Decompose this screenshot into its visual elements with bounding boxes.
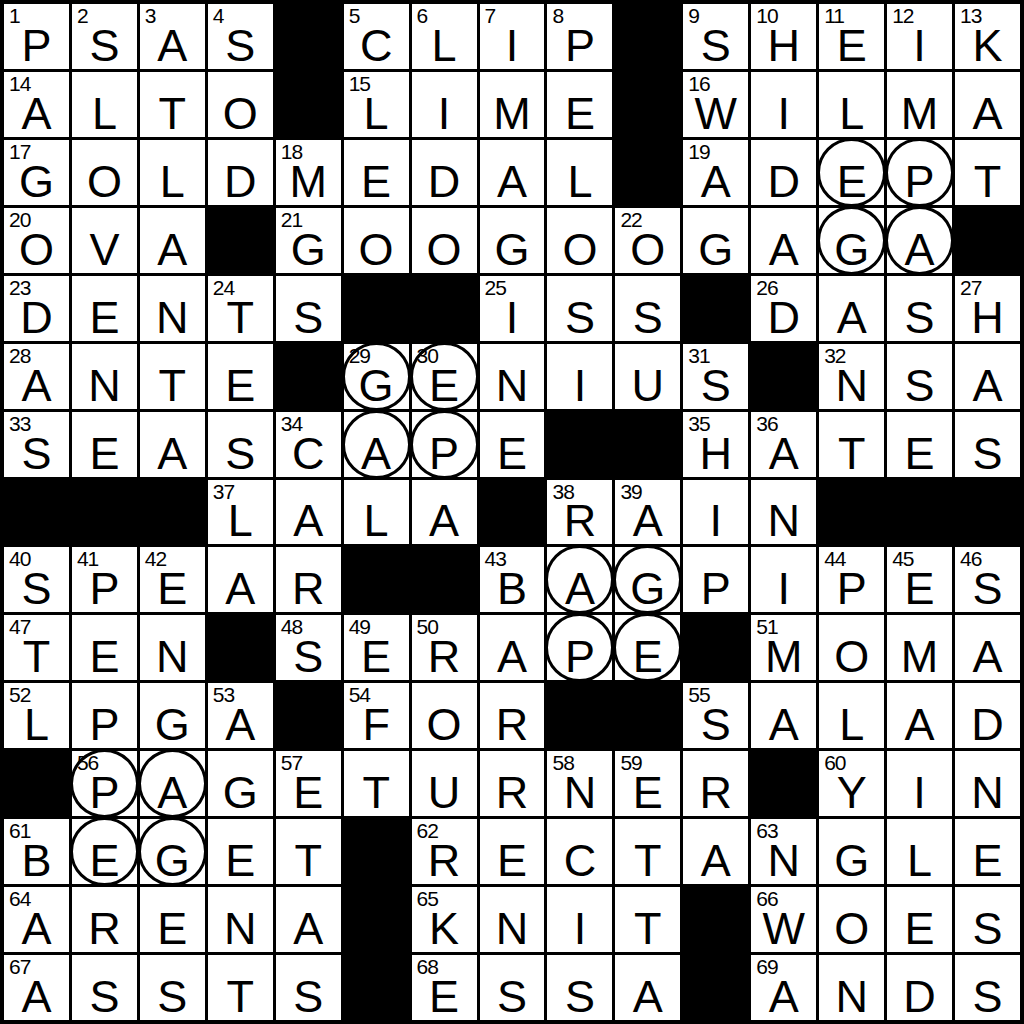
cell-r5c2[interactable]: E: [72, 276, 137, 341]
clue-number-55: 55: [688, 683, 709, 707]
cell-r14c12[interactable]: 66W: [751, 887, 816, 952]
letter: T: [208, 974, 273, 1019]
cell-r15c2[interactable]: S: [72, 955, 137, 1020]
cell-r9c4[interactable]: A: [208, 547, 273, 612]
cell-r3c13[interactable]: E: [819, 140, 884, 205]
cell-r3c7[interactable]: D: [412, 140, 477, 205]
cell-r4c7[interactable]: O: [412, 208, 477, 273]
letter: T: [955, 159, 1020, 204]
cell-r8c7[interactable]: A: [412, 480, 477, 545]
letter: A: [683, 159, 748, 204]
letter: K: [955, 23, 1020, 68]
cell-r14c1[interactable]: 64A: [4, 887, 69, 952]
clue-number-13: 13: [960, 4, 981, 28]
letter: A: [4, 974, 69, 1019]
cell-r14c5[interactable]: A: [276, 887, 341, 952]
cell-r5c14[interactable]: S: [887, 276, 952, 341]
cell-r5c8[interactable]: 25I: [480, 276, 545, 341]
cell-r6c9[interactable]: I: [547, 344, 612, 409]
cell-r1c6[interactable]: 5C: [344, 4, 409, 69]
cell-r7c2[interactable]: E: [72, 412, 137, 477]
cell-r9c8[interactable]: 43B: [480, 547, 545, 612]
letter: E: [480, 431, 545, 476]
cell-r6c11[interactable]: 31S: [683, 344, 748, 409]
clue-number-29: 29: [349, 344, 370, 368]
cell-r5c9[interactable]: S: [547, 276, 612, 341]
letter: E: [615, 634, 680, 679]
cell-r2c2[interactable]: L: [72, 72, 137, 137]
cell-r6c8[interactable]: N: [480, 344, 545, 409]
cell-r7c7[interactable]: P: [412, 412, 477, 477]
cell-r12c7[interactable]: U: [412, 751, 477, 816]
letter: O: [819, 906, 884, 951]
cell-r7c5[interactable]: 34C: [276, 412, 341, 477]
clue-number-26: 26: [756, 276, 777, 300]
cell-r9c10[interactable]: G: [615, 547, 680, 612]
letter: A: [955, 363, 1020, 408]
letter: O: [208, 91, 273, 136]
letter: A: [683, 838, 748, 883]
cell-r10c1[interactable]: 47T: [4, 615, 69, 680]
cell-r15c7[interactable]: 68E: [412, 955, 477, 1020]
cell-r10c7[interactable]: 50R: [412, 615, 477, 680]
cell-r12c13[interactable]: 60Y: [819, 751, 884, 816]
cell-r9c15[interactable]: 46S: [955, 547, 1020, 612]
cell-r5c5[interactable]: S: [276, 276, 341, 341]
block-r2c10: [615, 72, 680, 137]
cell-r5c3[interactable]: N: [140, 276, 205, 341]
letter: G: [208, 770, 273, 815]
cell-r10c13[interactable]: O: [819, 615, 884, 680]
cell-r3c15[interactable]: T: [955, 140, 1020, 205]
clue-number-65: 65: [417, 887, 438, 911]
block-r7c9: [547, 412, 612, 477]
cell-r13c12[interactable]: 63N: [751, 819, 816, 884]
cell-r4c13[interactable]: G: [819, 208, 884, 273]
block-r8c13: [819, 480, 884, 545]
cell-r14c9[interactable]: I: [547, 887, 612, 952]
clue-number-27: 27: [960, 276, 981, 300]
cell-r12c15[interactable]: N: [955, 751, 1020, 816]
cell-r10c5[interactable]: 48S: [276, 615, 341, 680]
cell-r1c15[interactable]: 13K: [955, 4, 1020, 69]
cell-r10c8[interactable]: A: [480, 615, 545, 680]
cell-r1c13[interactable]: 11E: [819, 4, 884, 69]
cell-r4c14[interactable]: A: [887, 208, 952, 273]
letter: E: [72, 295, 137, 340]
cell-r9c2[interactable]: 41P: [72, 547, 137, 612]
clue-number-64: 64: [9, 887, 30, 911]
cell-r10c9[interactable]: P: [547, 615, 612, 680]
cell-r6c15[interactable]: A: [955, 344, 1020, 409]
letter: S: [276, 974, 341, 1019]
clue-number-52: 52: [9, 683, 30, 707]
cell-r7c15[interactable]: S: [955, 412, 1020, 477]
letter: P: [887, 159, 952, 204]
cell-r10c3[interactable]: N: [140, 615, 205, 680]
clue-number-51: 51: [756, 615, 777, 639]
letter: T: [276, 838, 341, 883]
clue-number-49: 49: [349, 615, 370, 639]
cell-r12c10[interactable]: 59E: [615, 751, 680, 816]
cell-r3c4[interactable]: D: [208, 140, 273, 205]
clue-number-50: 50: [417, 615, 438, 639]
cell-r4c8[interactable]: G: [480, 208, 545, 273]
cell-r12c5[interactable]: 57E: [276, 751, 341, 816]
cell-r11c8[interactable]: R: [480, 683, 545, 748]
cell-r15c13[interactable]: N: [819, 955, 884, 1020]
cell-r4c12[interactable]: A: [751, 208, 816, 273]
cell-r9c3[interactable]: 42E: [140, 547, 205, 612]
cell-r15c10[interactable]: A: [615, 955, 680, 1020]
cell-r13c10[interactable]: T: [615, 819, 680, 884]
cell-r6c7[interactable]: 30E: [412, 344, 477, 409]
letter: A: [751, 974, 816, 1019]
letter: P: [547, 23, 612, 68]
cell-r11c14[interactable]: A: [887, 683, 952, 748]
cell-r1c1[interactable]: 1P: [4, 4, 69, 69]
cell-r13c4[interactable]: E: [208, 819, 273, 884]
clue-number-32: 32: [824, 344, 845, 368]
block-r8c3: [140, 480, 205, 545]
letter: A: [208, 702, 273, 747]
cell-r1c12[interactable]: 10H: [751, 4, 816, 69]
clue-number-60: 60: [824, 751, 845, 775]
cell-r2c7[interactable]: I: [412, 72, 477, 137]
letter: A: [547, 566, 612, 611]
cell-r7c11[interactable]: 35H: [683, 412, 748, 477]
block-r12c1: [4, 751, 69, 816]
cell-r11c4[interactable]: 53A: [208, 683, 273, 748]
cell-r4c6[interactable]: O: [344, 208, 409, 273]
clue-number-17: 17: [9, 140, 30, 164]
cell-r11c11[interactable]: 55S: [683, 683, 748, 748]
cell-r15c8[interactable]: S: [480, 955, 545, 1020]
cell-r6c3[interactable]: T: [140, 344, 205, 409]
cell-r5c15[interactable]: 27H: [955, 276, 1020, 341]
cell-r11c6[interactable]: 54F: [344, 683, 409, 748]
cell-r4c10[interactable]: 22O: [615, 208, 680, 273]
cell-r2c8[interactable]: M: [480, 72, 545, 137]
cell-r13c2[interactable]: E: [72, 819, 137, 884]
letter: A: [140, 431, 205, 476]
cell-r8c4[interactable]: 37L: [208, 480, 273, 545]
cell-r9c5[interactable]: R: [276, 547, 341, 612]
cell-r14c3[interactable]: E: [140, 887, 205, 952]
cell-r3c11[interactable]: 19A: [683, 140, 748, 205]
cell-r11c12[interactable]: A: [751, 683, 816, 748]
letter: H: [683, 431, 748, 476]
cell-r14c8[interactable]: N: [480, 887, 545, 952]
block-r1c5: [276, 4, 341, 69]
letter: A: [208, 566, 273, 611]
cell-r4c11[interactable]: G: [683, 208, 748, 273]
block-r5c7: [412, 276, 477, 341]
block-r15c11: [683, 955, 748, 1020]
letter: N: [480, 363, 545, 408]
cell-r9c13[interactable]: 44P: [819, 547, 884, 612]
letter: G: [4, 159, 69, 204]
cell-r15c5[interactable]: S: [276, 955, 341, 1020]
letter: E: [344, 634, 409, 679]
cell-r2c13[interactable]: L: [819, 72, 884, 137]
cell-r7c4[interactable]: S: [208, 412, 273, 477]
cell-r7c6[interactable]: A: [344, 412, 409, 477]
cell-r6c1[interactable]: 28A: [4, 344, 69, 409]
letter: B: [4, 838, 69, 883]
cell-r8c10[interactable]: 39A: [615, 480, 680, 545]
cell-r3c12[interactable]: D: [751, 140, 816, 205]
cell-r15c3[interactable]: S: [140, 955, 205, 1020]
letter: E: [819, 23, 884, 68]
letter: I: [683, 498, 748, 543]
cell-r2c11[interactable]: 16W: [683, 72, 748, 137]
cell-r2c6[interactable]: 15L: [344, 72, 409, 137]
cell-r3c3[interactable]: L: [140, 140, 205, 205]
cell-r11c1[interactable]: 52L: [4, 683, 69, 748]
cell-r5c4[interactable]: 24T: [208, 276, 273, 341]
cell-r8c5[interactable]: A: [276, 480, 341, 545]
letter: S: [4, 566, 69, 611]
letter: E: [276, 770, 341, 815]
cell-r15c4[interactable]: T: [208, 955, 273, 1020]
cell-r5c12[interactable]: 26D: [751, 276, 816, 341]
cell-r13c15[interactable]: E: [955, 819, 1020, 884]
clue-number-45: 45: [892, 547, 913, 571]
cell-r1c4[interactable]: 4S: [208, 4, 273, 69]
cell-r2c14[interactable]: M: [887, 72, 952, 137]
cell-r2c4[interactable]: O: [208, 72, 273, 137]
cell-r14c13[interactable]: O: [819, 887, 884, 952]
letter: T: [4, 634, 69, 679]
cell-r9c12[interactable]: I: [751, 547, 816, 612]
cell-r14c15[interactable]: S: [955, 887, 1020, 952]
cell-r5c13[interactable]: A: [819, 276, 884, 341]
cell-r13c13[interactable]: G: [819, 819, 884, 884]
cell-r3c6[interactable]: E: [344, 140, 409, 205]
clue-number-41: 41: [77, 547, 98, 571]
letter: A: [140, 227, 205, 272]
letter: N: [480, 906, 545, 951]
cell-r13c7[interactable]: 62R: [412, 819, 477, 884]
cell-r15c12[interactable]: 69A: [751, 955, 816, 1020]
cell-r13c9[interactable]: C: [547, 819, 612, 884]
clue-number-53: 53: [213, 683, 234, 707]
cell-r5c1[interactable]: 23D: [4, 276, 69, 341]
letter: S: [480, 974, 545, 1019]
cell-r3c14[interactable]: P: [887, 140, 952, 205]
letter: A: [4, 91, 69, 136]
cell-r2c12[interactable]: I: [751, 72, 816, 137]
cell-r8c6[interactable]: L: [344, 480, 409, 545]
cell-r14c2[interactable]: R: [72, 887, 137, 952]
clue-number-62: 62: [417, 819, 438, 843]
letter: A: [480, 634, 545, 679]
cell-r3c1[interactable]: 17G: [4, 140, 69, 205]
letter: E: [72, 634, 137, 679]
letter: V: [72, 227, 137, 272]
clue-number-66: 66: [756, 887, 777, 911]
letter: L: [72, 91, 137, 136]
cell-r15c14[interactable]: D: [887, 955, 952, 1020]
letter: D: [751, 159, 816, 204]
cell-r12c11[interactable]: R: [683, 751, 748, 816]
cell-r10c6[interactable]: 49E: [344, 615, 409, 680]
cell-r11c15[interactable]: D: [955, 683, 1020, 748]
cell-r12c6[interactable]: T: [344, 751, 409, 816]
letter: E: [140, 566, 205, 611]
cell-r9c11[interactable]: P: [683, 547, 748, 612]
cell-r10c2[interactable]: E: [72, 615, 137, 680]
cell-r13c11[interactable]: A: [683, 819, 748, 884]
cell-r7c8[interactable]: E: [480, 412, 545, 477]
letter: D: [412, 159, 477, 204]
cell-r1c9[interactable]: 8P: [547, 4, 612, 69]
cell-r10c10[interactable]: E: [615, 615, 680, 680]
letter: R: [480, 702, 545, 747]
cell-r4c1[interactable]: 20O: [4, 208, 69, 273]
cell-r15c15[interactable]: S: [955, 955, 1020, 1020]
cell-r2c3[interactable]: T: [140, 72, 205, 137]
block-r8c1: [4, 480, 69, 545]
cell-r11c2[interactable]: P: [72, 683, 137, 748]
cell-r8c11[interactable]: I: [683, 480, 748, 545]
cell-r11c7[interactable]: O: [412, 683, 477, 748]
block-r14c6: [344, 887, 409, 952]
cell-r7c14[interactable]: E: [887, 412, 952, 477]
cell-r13c14[interactable]: L: [887, 819, 952, 884]
cell-r3c2[interactable]: O: [72, 140, 137, 205]
cell-r12c8[interactable]: R: [480, 751, 545, 816]
letter: L: [140, 159, 205, 204]
letter: O: [4, 227, 69, 272]
letter: L: [819, 702, 884, 747]
cell-r9c9[interactable]: A: [547, 547, 612, 612]
cell-r4c2[interactable]: V: [72, 208, 137, 273]
cell-r2c15[interactable]: A: [955, 72, 1020, 137]
letter: I: [887, 23, 952, 68]
cell-r12c3[interactable]: A: [140, 751, 205, 816]
cell-r10c14[interactable]: M: [887, 615, 952, 680]
letter: E: [547, 91, 612, 136]
cell-r7c3[interactable]: A: [140, 412, 205, 477]
cell-r7c12[interactable]: 36A: [751, 412, 816, 477]
letter: L: [344, 498, 409, 543]
letter: D: [208, 159, 273, 204]
clue-number-3: 3: [145, 4, 156, 28]
crossword-grid: 1P2S3A4S5C6L7I8P9S10H11E12I13K14ALTO15LI…: [0, 0, 1024, 1024]
cell-r13c8[interactable]: E: [480, 819, 545, 884]
cell-r2c1[interactable]: 14A: [4, 72, 69, 137]
letter: W: [751, 906, 816, 951]
clue-number-38: 38: [552, 480, 573, 504]
cell-r3c9[interactable]: L: [547, 140, 612, 205]
letter: R: [412, 838, 477, 883]
letter: C: [276, 431, 341, 476]
letter: T: [140, 91, 205, 136]
cell-r4c9[interactable]: O: [547, 208, 612, 273]
cell-r12c14[interactable]: I: [887, 751, 952, 816]
cell-r14c4[interactable]: N: [208, 887, 273, 952]
letter: D: [4, 295, 69, 340]
letter: M: [887, 634, 952, 679]
letter: P: [412, 431, 477, 476]
clue-number-54: 54: [349, 683, 370, 707]
cell-r1c14[interactable]: 12I: [887, 4, 952, 69]
block-r1c10: [615, 4, 680, 69]
clue-number-36: 36: [756, 412, 777, 436]
cell-r13c1[interactable]: 61B: [4, 819, 69, 884]
block-r5c6: [344, 276, 409, 341]
cell-r4c5[interactable]: 21G: [276, 208, 341, 273]
cell-r6c10[interactable]: U: [615, 344, 680, 409]
cell-r1c8[interactable]: 7I: [480, 4, 545, 69]
cell-r12c9[interactable]: 58N: [547, 751, 612, 816]
cell-r15c9[interactable]: S: [547, 955, 612, 1020]
letter: A: [819, 295, 884, 340]
cell-r8c12[interactable]: N: [751, 480, 816, 545]
letter: S: [72, 23, 137, 68]
cell-r12c2[interactable]: 56P: [72, 751, 137, 816]
cell-r12c4[interactable]: G: [208, 751, 273, 816]
cell-r11c13[interactable]: L: [819, 683, 884, 748]
cell-r6c13[interactable]: 32N: [819, 344, 884, 409]
cell-r6c6[interactable]: 29G: [344, 344, 409, 409]
cell-r9c1[interactable]: 40S: [4, 547, 69, 612]
cell-r14c14[interactable]: E: [887, 887, 952, 952]
cell-r14c10[interactable]: T: [615, 887, 680, 952]
cell-r1c3[interactable]: 3A: [140, 4, 205, 69]
letter: F: [344, 702, 409, 747]
letter: M: [276, 159, 341, 204]
clue-number-14: 14: [9, 72, 30, 96]
cell-r14c7[interactable]: 65K: [412, 887, 477, 952]
cell-r10c15[interactable]: A: [955, 615, 1020, 680]
cell-r1c11[interactable]: 9S: [683, 4, 748, 69]
cell-r5c10[interactable]: S: [615, 276, 680, 341]
letter: A: [412, 498, 477, 543]
letter: U: [412, 770, 477, 815]
cell-r10c12[interactable]: 51M: [751, 615, 816, 680]
cell-r8c9[interactable]: 38R: [547, 480, 612, 545]
cell-r13c5[interactable]: T: [276, 819, 341, 884]
cell-r2c9[interactable]: E: [547, 72, 612, 137]
letter: D: [887, 974, 952, 1019]
letter: S: [276, 295, 341, 340]
cell-r6c4[interactable]: E: [208, 344, 273, 409]
letter: L: [4, 702, 69, 747]
cell-r7c1[interactable]: 33S: [4, 412, 69, 477]
cell-r1c2[interactable]: 2S: [72, 4, 137, 69]
cell-r1c7[interactable]: 6L: [412, 4, 477, 69]
cell-r11c3[interactable]: G: [140, 683, 205, 748]
letter: E: [72, 838, 137, 883]
cell-r3c5[interactable]: 18M: [276, 140, 341, 205]
cell-r4c3[interactable]: A: [140, 208, 205, 273]
letter: S: [887, 295, 952, 340]
cell-r6c14[interactable]: S: [887, 344, 952, 409]
cell-r3c8[interactable]: A: [480, 140, 545, 205]
cell-r13c3[interactable]: G: [140, 819, 205, 884]
clue-number-30: 30: [417, 344, 438, 368]
cell-r7c13[interactable]: T: [819, 412, 884, 477]
clue-number-67: 67: [9, 955, 30, 979]
cell-r9c14[interactable]: 45E: [887, 547, 952, 612]
letter: E: [480, 838, 545, 883]
cell-r6c2[interactable]: N: [72, 344, 137, 409]
clue-number-8: 8: [552, 4, 563, 28]
cell-r15c1[interactable]: 67A: [4, 955, 69, 1020]
